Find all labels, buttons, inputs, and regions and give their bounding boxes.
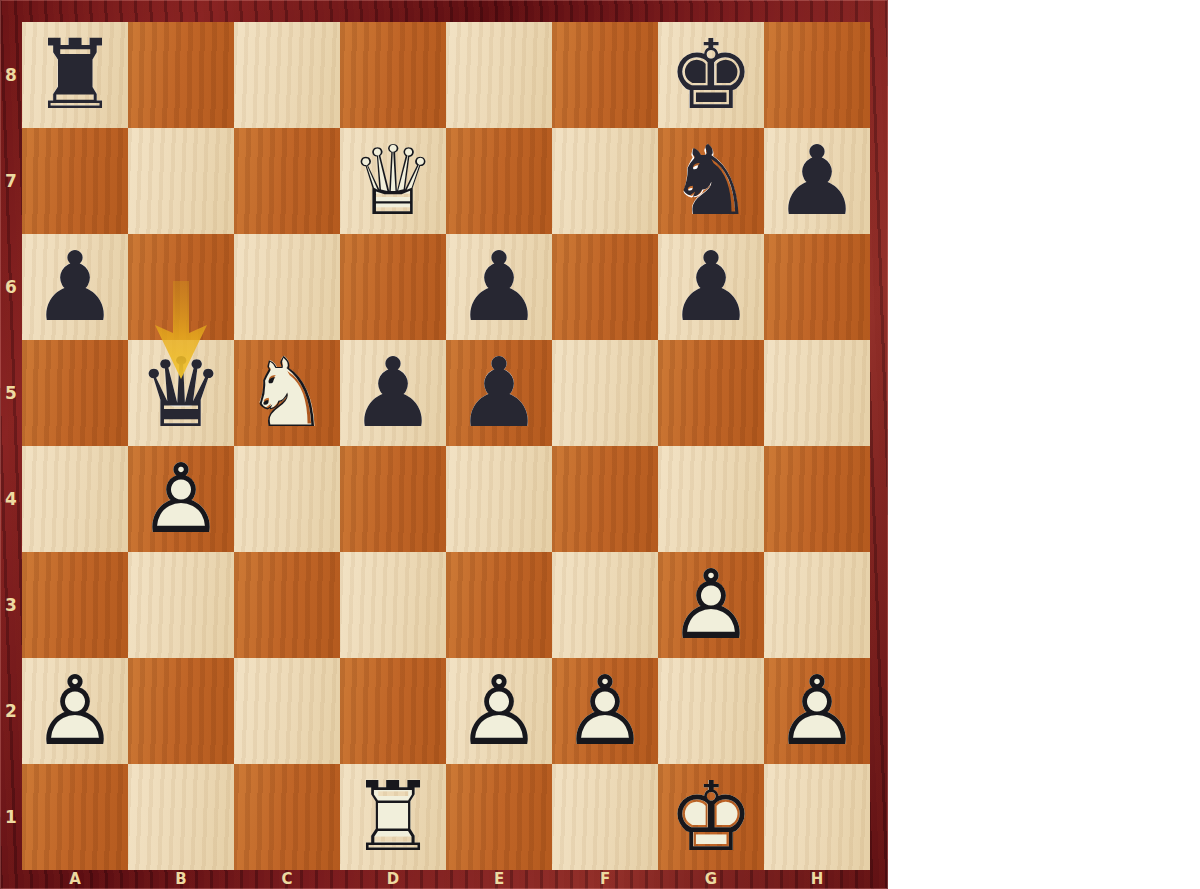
black-pawn-icon: ♟ (446, 234, 552, 340)
square-b3[interactable] (128, 552, 234, 658)
black-pawn-icon: ♟ (340, 340, 446, 446)
square-f3[interactable] (552, 552, 658, 658)
square-g6[interactable]: ♙♟ (658, 234, 764, 340)
black-pawn-icon: ♟ (658, 234, 764, 340)
square-h7[interactable]: ♙♟ (764, 128, 870, 234)
square-h2[interactable]: ♟♙ (764, 658, 870, 764)
square-c3[interactable] (234, 552, 340, 658)
square-c2[interactable] (234, 658, 340, 764)
black-rook[interactable]: ♖♜ (22, 22, 128, 128)
square-f6[interactable] (552, 234, 658, 340)
black-pawn[interactable]: ♙♟ (446, 234, 552, 340)
rank-label-6: 6 (0, 234, 22, 340)
rank-label-8: 8 (0, 22, 22, 128)
square-f8[interactable] (552, 22, 658, 128)
square-f7[interactable] (552, 128, 658, 234)
square-e7[interactable] (446, 128, 552, 234)
black-pawn[interactable]: ♙♟ (764, 128, 870, 234)
black-knight[interactable]: ♘♞ (658, 128, 764, 234)
square-a4[interactable] (22, 446, 128, 552)
square-h1[interactable] (764, 764, 870, 870)
square-b2[interactable] (128, 658, 234, 764)
square-g1[interactable]: ♚♔ (658, 764, 764, 870)
square-a6[interactable]: ♙♟ (22, 234, 128, 340)
square-c6[interactable] (234, 234, 340, 340)
page: 87654321 ♖♜♔♚♛♕♘♞♙♟♙♟♙♟♙♟♕♛♞♘♙♟♙♟♟♙♟♙♟♙♟… (0, 0, 1200, 889)
white-knight[interactable]: ♞♘ (234, 340, 340, 446)
square-d5[interactable]: ♙♟ (340, 340, 446, 446)
white-pawn[interactable]: ♟♙ (128, 446, 234, 552)
black-rook-icon: ♜ (22, 22, 128, 128)
black-pawn-icon: ♟ (446, 340, 552, 446)
square-d8[interactable] (340, 22, 446, 128)
square-b7[interactable] (128, 128, 234, 234)
rank-label-4: 4 (0, 446, 22, 552)
square-h3[interactable] (764, 552, 870, 658)
white-pawn-icon: ♙ (22, 658, 128, 764)
white-pawn[interactable]: ♟♙ (764, 658, 870, 764)
square-b5[interactable]: ♕♛ (128, 340, 234, 446)
rank-label-2: 2 (0, 658, 22, 764)
square-d7[interactable]: ♛♕ (340, 128, 446, 234)
file-label-h: H (764, 869, 870, 889)
square-a1[interactable] (22, 764, 128, 870)
black-king-icon: ♚ (658, 22, 764, 128)
square-c5[interactable]: ♞♘ (234, 340, 340, 446)
square-f4[interactable] (552, 446, 658, 552)
black-pawn[interactable]: ♙♟ (658, 234, 764, 340)
square-e5[interactable]: ♙♟ (446, 340, 552, 446)
white-queen[interactable]: ♛♕ (340, 128, 446, 234)
black-pawn-icon: ♟ (22, 234, 128, 340)
black-knight-icon: ♞ (658, 128, 764, 234)
square-e1[interactable] (446, 764, 552, 870)
square-e2[interactable]: ♟♙ (446, 658, 552, 764)
white-pawn[interactable]: ♟♙ (552, 658, 658, 764)
black-pawn[interactable]: ♙♟ (340, 340, 446, 446)
square-d3[interactable] (340, 552, 446, 658)
square-h5[interactable] (764, 340, 870, 446)
black-pawn[interactable]: ♙♟ (446, 340, 552, 446)
square-g2[interactable] (658, 658, 764, 764)
white-king[interactable]: ♚♔ (658, 764, 764, 870)
square-f5[interactable] (552, 340, 658, 446)
rank-label-3: 3 (0, 552, 22, 658)
square-h8[interactable] (764, 22, 870, 128)
square-g5[interactable] (658, 340, 764, 446)
file-label-e: E (446, 869, 552, 889)
white-pawn-icon: ♙ (446, 658, 552, 764)
white-king-icon: ♔ (658, 764, 764, 870)
file-label-a: A (22, 869, 128, 889)
square-d6[interactable] (340, 234, 446, 340)
square-a8[interactable]: ♖♜ (22, 22, 128, 128)
square-e4[interactable] (446, 446, 552, 552)
file-label-b: B (128, 869, 234, 889)
file-label-d: D (340, 869, 446, 889)
square-d2[interactable] (340, 658, 446, 764)
square-e8[interactable] (446, 22, 552, 128)
square-h4[interactable] (764, 446, 870, 552)
white-pawn-icon: ♙ (764, 658, 870, 764)
rank-labels: 87654321 (0, 22, 22, 870)
white-rook-icon: ♖ (340, 764, 446, 870)
square-e6[interactable]: ♙♟ (446, 234, 552, 340)
square-b4[interactable]: ♟♙ (128, 446, 234, 552)
square-g8[interactable]: ♔♚ (658, 22, 764, 128)
white-pawn-icon: ♙ (552, 658, 658, 764)
square-g4[interactable] (658, 446, 764, 552)
square-c4[interactable] (234, 446, 340, 552)
rank-label-1: 1 (0, 764, 22, 870)
file-label-g: G (658, 869, 764, 889)
square-b6[interactable] (128, 234, 234, 340)
file-labels: ABCDEFGH (22, 869, 870, 889)
white-pawn[interactable]: ♟♙ (22, 658, 128, 764)
black-queen[interactable]: ♕♛ (128, 340, 234, 446)
square-c1[interactable] (234, 764, 340, 870)
white-rook[interactable]: ♜♖ (340, 764, 446, 870)
black-queen-icon: ♛ (128, 340, 234, 446)
square-h6[interactable] (764, 234, 870, 340)
square-c7[interactable] (234, 128, 340, 234)
square-a3[interactable] (22, 552, 128, 658)
square-b1[interactable] (128, 764, 234, 870)
square-f2[interactable]: ♟♙ (552, 658, 658, 764)
rank-label-5: 5 (0, 340, 22, 446)
black-pawn[interactable]: ♙♟ (22, 234, 128, 340)
square-e3[interactable] (446, 552, 552, 658)
square-d4[interactable] (340, 446, 446, 552)
file-label-c: C (234, 869, 340, 889)
rank-label-7: 7 (0, 128, 22, 234)
white-pawn-icon: ♙ (658, 552, 764, 658)
black-king[interactable]: ♔♚ (658, 22, 764, 128)
square-a5[interactable] (22, 340, 128, 446)
white-pawn[interactable]: ♟♙ (658, 552, 764, 658)
square-b8[interactable] (128, 22, 234, 128)
square-c8[interactable] (234, 22, 340, 128)
square-a2[interactable]: ♟♙ (22, 658, 128, 764)
file-label-f: F (552, 869, 658, 889)
white-queen-icon: ♕ (340, 128, 446, 234)
black-pawn-icon: ♟ (764, 128, 870, 234)
square-g3[interactable]: ♟♙ (658, 552, 764, 658)
square-g7[interactable]: ♘♞ (658, 128, 764, 234)
square-a7[interactable] (22, 128, 128, 234)
square-f1[interactable] (552, 764, 658, 870)
white-pawn-icon: ♙ (128, 446, 234, 552)
white-pawn[interactable]: ♟♙ (446, 658, 552, 764)
square-d1[interactable]: ♜♖ (340, 764, 446, 870)
white-knight-icon: ♘ (234, 340, 340, 446)
chess-board: 87654321 ♖♜♔♚♛♕♘♞♙♟♙♟♙♟♙♟♕♛♞♘♙♟♙♟♟♙♟♙♟♙♟… (0, 0, 888, 889)
board-squares: ♖♜♔♚♛♕♘♞♙♟♙♟♙♟♙♟♕♛♞♘♙♟♙♟♟♙♟♙♟♙♟♙♟♙♟♙♜♖♚♔ (22, 22, 870, 870)
